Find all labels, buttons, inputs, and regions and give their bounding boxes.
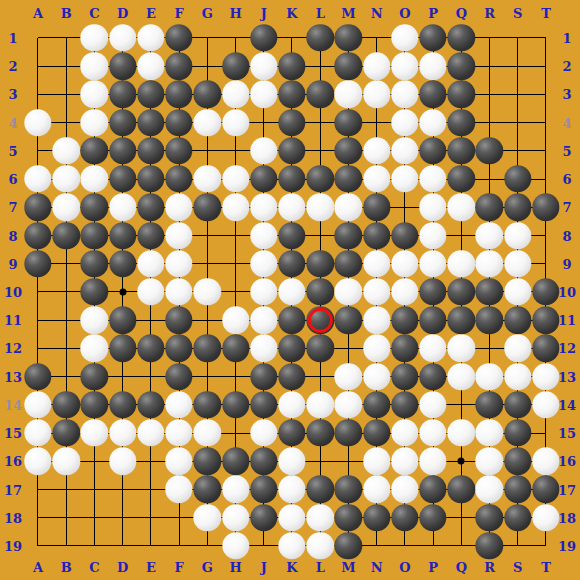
intersection-J5[interactable] — [250, 137, 278, 165]
intersection-G6[interactable] — [193, 165, 221, 193]
intersection-O4[interactable] — [391, 109, 419, 137]
intersection-P1[interactable] — [419, 24, 447, 52]
intersection-P6[interactable] — [419, 165, 447, 193]
intersection-J16[interactable] — [250, 447, 278, 475]
intersection-O1[interactable] — [391, 24, 419, 52]
intersection-A16[interactable] — [24, 447, 52, 475]
intersection-F13[interactable] — [165, 363, 193, 391]
intersection-E19[interactable] — [137, 532, 165, 560]
intersection-P15[interactable] — [419, 419, 447, 447]
intersection-T14[interactable] — [532, 391, 560, 419]
intersection-A8[interactable] — [24, 221, 52, 249]
intersection-L9[interactable] — [306, 250, 334, 278]
intersection-J17[interactable] — [250, 475, 278, 503]
intersection-B10[interactable] — [52, 278, 80, 306]
intersection-Q3[interactable] — [447, 80, 475, 108]
intersection-M17[interactable] — [334, 475, 362, 503]
intersection-F18[interactable] — [165, 504, 193, 532]
intersection-E18[interactable] — [137, 504, 165, 532]
intersection-J13[interactable] — [250, 363, 278, 391]
intersection-M14[interactable] — [334, 391, 362, 419]
intersection-L2[interactable] — [306, 52, 334, 80]
intersection-H9[interactable] — [221, 250, 249, 278]
intersection-T13[interactable] — [532, 363, 560, 391]
intersection-T4[interactable] — [532, 109, 560, 137]
intersection-Q4[interactable] — [447, 109, 475, 137]
intersection-B8[interactable] — [52, 221, 80, 249]
intersection-J11[interactable] — [250, 306, 278, 334]
intersection-M9[interactable] — [334, 250, 362, 278]
intersection-T18[interactable] — [532, 504, 560, 532]
intersection-Q11[interactable] — [447, 306, 475, 334]
intersection-K15[interactable] — [278, 419, 306, 447]
intersection-E2[interactable] — [137, 52, 165, 80]
intersection-G7[interactable] — [193, 193, 221, 221]
intersection-D8[interactable] — [109, 221, 137, 249]
intersection-A19[interactable] — [24, 532, 52, 560]
intersection-A14[interactable] — [24, 391, 52, 419]
intersection-R3[interactable] — [475, 80, 503, 108]
intersection-H12[interactable] — [221, 334, 249, 362]
intersection-H18[interactable] — [221, 504, 249, 532]
intersection-J14[interactable] — [250, 391, 278, 419]
intersection-K11[interactable] — [278, 306, 306, 334]
intersection-G11[interactable] — [193, 306, 221, 334]
intersection-L5[interactable] — [306, 137, 334, 165]
intersection-K13[interactable] — [278, 363, 306, 391]
intersection-A18[interactable] — [24, 504, 52, 532]
intersection-M15[interactable] — [334, 419, 362, 447]
intersection-Q19[interactable] — [447, 532, 475, 560]
intersection-Q5[interactable] — [447, 137, 475, 165]
intersection-F9[interactable] — [165, 250, 193, 278]
intersection-G3[interactable] — [193, 80, 221, 108]
intersection-Q12[interactable] — [447, 334, 475, 362]
intersection-O5[interactable] — [391, 137, 419, 165]
intersection-G2[interactable] — [193, 52, 221, 80]
intersection-C18[interactable] — [80, 504, 108, 532]
intersection-G8[interactable] — [193, 221, 221, 249]
intersection-S17[interactable] — [504, 475, 532, 503]
intersection-H14[interactable] — [221, 391, 249, 419]
intersection-K1[interactable] — [278, 24, 306, 52]
intersection-P12[interactable] — [419, 334, 447, 362]
intersection-O7[interactable] — [391, 193, 419, 221]
intersection-C4[interactable] — [80, 109, 108, 137]
intersection-P14[interactable] — [419, 391, 447, 419]
intersection-D16[interactable] — [109, 447, 137, 475]
intersection-B7[interactable] — [52, 193, 80, 221]
intersection-K9[interactable] — [278, 250, 306, 278]
intersection-R9[interactable] — [475, 250, 503, 278]
intersection-O9[interactable] — [391, 250, 419, 278]
intersection-N5[interactable] — [363, 137, 391, 165]
intersection-A6[interactable] — [24, 165, 52, 193]
intersection-N7[interactable] — [363, 193, 391, 221]
intersection-S18[interactable] — [504, 504, 532, 532]
intersection-L19[interactable] — [306, 532, 334, 560]
intersection-M6[interactable] — [334, 165, 362, 193]
intersection-T11[interactable] — [532, 306, 560, 334]
intersection-E4[interactable] — [137, 109, 165, 137]
intersection-C11[interactable] — [80, 306, 108, 334]
intersection-S16[interactable] — [504, 447, 532, 475]
intersection-D7[interactable] — [109, 193, 137, 221]
intersection-S19[interactable] — [504, 532, 532, 560]
intersection-S9[interactable] — [504, 250, 532, 278]
intersection-G19[interactable] — [193, 532, 221, 560]
intersection-K18[interactable] — [278, 504, 306, 532]
intersection-F19[interactable] — [165, 532, 193, 560]
intersection-K6[interactable] — [278, 165, 306, 193]
intersection-D12[interactable] — [109, 334, 137, 362]
intersection-C5[interactable] — [80, 137, 108, 165]
intersection-T3[interactable] — [532, 80, 560, 108]
intersection-C7[interactable] — [80, 193, 108, 221]
intersection-A13[interactable] — [24, 363, 52, 391]
intersection-N11[interactable] — [363, 306, 391, 334]
intersection-N10[interactable] — [363, 278, 391, 306]
intersection-C9[interactable] — [80, 250, 108, 278]
intersection-F6[interactable] — [165, 165, 193, 193]
intersection-Q2[interactable] — [447, 52, 475, 80]
intersection-D9[interactable] — [109, 250, 137, 278]
intersection-P8[interactable] — [419, 221, 447, 249]
intersection-O13[interactable] — [391, 363, 419, 391]
intersection-M4[interactable] — [334, 109, 362, 137]
intersection-H2[interactable] — [221, 52, 249, 80]
intersection-E8[interactable] — [137, 221, 165, 249]
intersection-C3[interactable] — [80, 80, 108, 108]
intersection-S11[interactable] — [504, 306, 532, 334]
intersection-S2[interactable] — [504, 52, 532, 80]
intersection-D2[interactable] — [109, 52, 137, 80]
intersection-P3[interactable] — [419, 80, 447, 108]
intersection-S1[interactable] — [504, 24, 532, 52]
intersection-S6[interactable] — [504, 165, 532, 193]
intersection-R12[interactable] — [475, 334, 503, 362]
intersection-G9[interactable] — [193, 250, 221, 278]
intersection-P16[interactable] — [419, 447, 447, 475]
intersection-R19[interactable] — [475, 532, 503, 560]
intersection-A9[interactable] — [24, 250, 52, 278]
intersection-D10[interactable] — [109, 278, 137, 306]
intersection-R14[interactable] — [475, 391, 503, 419]
intersection-E9[interactable] — [137, 250, 165, 278]
intersection-F1[interactable] — [165, 24, 193, 52]
intersection-N2[interactable] — [363, 52, 391, 80]
intersection-Q9[interactable] — [447, 250, 475, 278]
intersection-F17[interactable] — [165, 475, 193, 503]
intersection-G15[interactable] — [193, 419, 221, 447]
intersection-O11[interactable] — [391, 306, 419, 334]
intersection-K7[interactable] — [278, 193, 306, 221]
intersection-E10[interactable] — [137, 278, 165, 306]
intersection-M16[interactable] — [334, 447, 362, 475]
intersection-Q8[interactable] — [447, 221, 475, 249]
intersection-E17[interactable] — [137, 475, 165, 503]
intersection-L3[interactable] — [306, 80, 334, 108]
intersection-Q1[interactable] — [447, 24, 475, 52]
intersection-R17[interactable] — [475, 475, 503, 503]
intersection-D5[interactable] — [109, 137, 137, 165]
intersection-E5[interactable] — [137, 137, 165, 165]
intersection-S8[interactable] — [504, 221, 532, 249]
intersection-K14[interactable] — [278, 391, 306, 419]
intersection-T5[interactable] — [532, 137, 560, 165]
intersection-B15[interactable] — [52, 419, 80, 447]
intersection-A15[interactable] — [24, 419, 52, 447]
intersection-E11[interactable] — [137, 306, 165, 334]
intersection-Q7[interactable] — [447, 193, 475, 221]
intersection-C19[interactable] — [80, 532, 108, 560]
intersection-T16[interactable] — [532, 447, 560, 475]
intersection-G5[interactable] — [193, 137, 221, 165]
intersection-E16[interactable] — [137, 447, 165, 475]
intersection-M19[interactable] — [334, 532, 362, 560]
intersection-Q16[interactable] — [447, 447, 475, 475]
intersection-J4[interactable] — [250, 109, 278, 137]
intersection-R18[interactable] — [475, 504, 503, 532]
intersection-E12[interactable] — [137, 334, 165, 362]
intersection-R16[interactable] — [475, 447, 503, 475]
intersection-N17[interactable] — [363, 475, 391, 503]
intersection-J7[interactable] — [250, 193, 278, 221]
intersection-J19[interactable] — [250, 532, 278, 560]
intersection-G16[interactable] — [193, 447, 221, 475]
intersection-J18[interactable] — [250, 504, 278, 532]
intersection-G12[interactable] — [193, 334, 221, 362]
intersection-J9[interactable] — [250, 250, 278, 278]
intersection-H5[interactable] — [221, 137, 249, 165]
intersection-P13[interactable] — [419, 363, 447, 391]
intersection-C10[interactable] — [80, 278, 108, 306]
intersection-C15[interactable] — [80, 419, 108, 447]
intersection-M12[interactable] — [334, 334, 362, 362]
intersection-M11[interactable] — [334, 306, 362, 334]
intersection-E13[interactable] — [137, 363, 165, 391]
intersection-B14[interactable] — [52, 391, 80, 419]
intersection-E3[interactable] — [137, 80, 165, 108]
intersection-O14[interactable] — [391, 391, 419, 419]
intersection-H4[interactable] — [221, 109, 249, 137]
intersection-R2[interactable] — [475, 52, 503, 80]
intersection-L14[interactable] — [306, 391, 334, 419]
intersection-J3[interactable] — [250, 80, 278, 108]
intersection-A1[interactable] — [24, 24, 52, 52]
intersection-T10[interactable] — [532, 278, 560, 306]
intersection-O8[interactable] — [391, 221, 419, 249]
intersection-D17[interactable] — [109, 475, 137, 503]
intersection-F4[interactable] — [165, 109, 193, 137]
intersection-C12[interactable] — [80, 334, 108, 362]
intersection-T2[interactable] — [532, 52, 560, 80]
intersection-S10[interactable] — [504, 278, 532, 306]
intersection-N9[interactable] — [363, 250, 391, 278]
intersection-K10[interactable] — [278, 278, 306, 306]
intersection-C16[interactable] — [80, 447, 108, 475]
intersection-M3[interactable] — [334, 80, 362, 108]
intersection-H16[interactable] — [221, 447, 249, 475]
intersection-P4[interactable] — [419, 109, 447, 137]
intersection-Q10[interactable] — [447, 278, 475, 306]
intersection-T6[interactable] — [532, 165, 560, 193]
intersection-A17[interactable] — [24, 475, 52, 503]
intersection-J1[interactable] — [250, 24, 278, 52]
intersection-G4[interactable] — [193, 109, 221, 137]
intersection-A5[interactable] — [24, 137, 52, 165]
intersection-D15[interactable] — [109, 419, 137, 447]
intersection-L13[interactable] — [306, 363, 334, 391]
intersection-F14[interactable] — [165, 391, 193, 419]
intersection-N18[interactable] — [363, 504, 391, 532]
intersection-D19[interactable] — [109, 532, 137, 560]
intersection-O15[interactable] — [391, 419, 419, 447]
intersection-R5[interactable] — [475, 137, 503, 165]
intersection-E14[interactable] — [137, 391, 165, 419]
intersection-P10[interactable] — [419, 278, 447, 306]
intersection-N4[interactable] — [363, 109, 391, 137]
intersection-H17[interactable] — [221, 475, 249, 503]
intersection-F11[interactable] — [165, 306, 193, 334]
intersection-S15[interactable] — [504, 419, 532, 447]
intersection-N15[interactable] — [363, 419, 391, 447]
intersection-K16[interactable] — [278, 447, 306, 475]
intersection-H1[interactable] — [221, 24, 249, 52]
intersection-A12[interactable] — [24, 334, 52, 362]
intersection-M7[interactable] — [334, 193, 362, 221]
intersection-P11[interactable] — [419, 306, 447, 334]
intersection-T1[interactable] — [532, 24, 560, 52]
intersection-K12[interactable] — [278, 334, 306, 362]
intersection-C17[interactable] — [80, 475, 108, 503]
intersection-D4[interactable] — [109, 109, 137, 137]
intersection-R6[interactable] — [475, 165, 503, 193]
intersection-O12[interactable] — [391, 334, 419, 362]
intersection-L11[interactable] — [306, 306, 334, 334]
intersection-C2[interactable] — [80, 52, 108, 80]
intersection-T7[interactable] — [532, 193, 560, 221]
intersection-R15[interactable] — [475, 419, 503, 447]
intersection-S7[interactable] — [504, 193, 532, 221]
intersection-M18[interactable] — [334, 504, 362, 532]
intersection-S14[interactable] — [504, 391, 532, 419]
intersection-T17[interactable] — [532, 475, 560, 503]
intersection-N14[interactable] — [363, 391, 391, 419]
intersection-B3[interactable] — [52, 80, 80, 108]
intersection-B11[interactable] — [52, 306, 80, 334]
intersection-J15[interactable] — [250, 419, 278, 447]
intersection-L17[interactable] — [306, 475, 334, 503]
intersection-H6[interactable] — [221, 165, 249, 193]
intersection-L7[interactable] — [306, 193, 334, 221]
intersection-N16[interactable] — [363, 447, 391, 475]
intersection-S4[interactable] — [504, 109, 532, 137]
intersection-L6[interactable] — [306, 165, 334, 193]
intersection-F3[interactable] — [165, 80, 193, 108]
intersection-L1[interactable] — [306, 24, 334, 52]
intersection-R7[interactable] — [475, 193, 503, 221]
intersection-M5[interactable] — [334, 137, 362, 165]
intersection-F12[interactable] — [165, 334, 193, 362]
intersection-Q15[interactable] — [447, 419, 475, 447]
intersection-O3[interactable] — [391, 80, 419, 108]
intersection-C6[interactable] — [80, 165, 108, 193]
intersection-N8[interactable] — [363, 221, 391, 249]
intersection-B12[interactable] — [52, 334, 80, 362]
intersection-B18[interactable] — [52, 504, 80, 532]
intersection-J10[interactable] — [250, 278, 278, 306]
intersection-E7[interactable] — [137, 193, 165, 221]
intersection-A4[interactable] — [24, 109, 52, 137]
intersection-N13[interactable] — [363, 363, 391, 391]
intersection-H3[interactable] — [221, 80, 249, 108]
intersection-N3[interactable] — [363, 80, 391, 108]
intersection-Q6[interactable] — [447, 165, 475, 193]
intersection-E15[interactable] — [137, 419, 165, 447]
intersection-F2[interactable] — [165, 52, 193, 80]
intersection-L8[interactable] — [306, 221, 334, 249]
intersection-J2[interactable] — [250, 52, 278, 80]
intersection-Q18[interactable] — [447, 504, 475, 532]
intersection-K4[interactable] — [278, 109, 306, 137]
intersection-C1[interactable] — [80, 24, 108, 52]
intersection-D1[interactable] — [109, 24, 137, 52]
intersection-H11[interactable] — [221, 306, 249, 334]
intersection-D11[interactable] — [109, 306, 137, 334]
intersection-O19[interactable] — [391, 532, 419, 560]
intersection-F8[interactable] — [165, 221, 193, 249]
intersection-L16[interactable] — [306, 447, 334, 475]
intersection-T12[interactable] — [532, 334, 560, 362]
intersection-L18[interactable] — [306, 504, 334, 532]
intersection-C13[interactable] — [80, 363, 108, 391]
intersection-Q17[interactable] — [447, 475, 475, 503]
intersection-H15[interactable] — [221, 419, 249, 447]
intersection-N1[interactable] — [363, 24, 391, 52]
intersection-B16[interactable] — [52, 447, 80, 475]
intersection-L15[interactable] — [306, 419, 334, 447]
intersection-Q13[interactable] — [447, 363, 475, 391]
intersection-P9[interactable] — [419, 250, 447, 278]
intersection-G18[interactable] — [193, 504, 221, 532]
intersection-D13[interactable] — [109, 363, 137, 391]
intersection-D18[interactable] — [109, 504, 137, 532]
intersection-E1[interactable] — [137, 24, 165, 52]
intersection-A10[interactable] — [24, 278, 52, 306]
intersection-B13[interactable] — [52, 363, 80, 391]
intersection-P2[interactable] — [419, 52, 447, 80]
intersection-J8[interactable] — [250, 221, 278, 249]
intersection-F7[interactable] — [165, 193, 193, 221]
intersection-A7[interactable] — [24, 193, 52, 221]
intersection-H13[interactable] — [221, 363, 249, 391]
intersection-P7[interactable] — [419, 193, 447, 221]
intersection-O16[interactable] — [391, 447, 419, 475]
intersection-D14[interactable] — [109, 391, 137, 419]
intersection-N19[interactable] — [363, 532, 391, 560]
intersection-O10[interactable] — [391, 278, 419, 306]
intersection-H19[interactable] — [221, 532, 249, 560]
intersection-G10[interactable] — [193, 278, 221, 306]
intersection-S3[interactable] — [504, 80, 532, 108]
intersection-B17[interactable] — [52, 475, 80, 503]
intersection-D3[interactable] — [109, 80, 137, 108]
intersection-C14[interactable] — [80, 391, 108, 419]
intersection-K2[interactable] — [278, 52, 306, 80]
intersection-R13[interactable] — [475, 363, 503, 391]
intersection-F5[interactable] — [165, 137, 193, 165]
